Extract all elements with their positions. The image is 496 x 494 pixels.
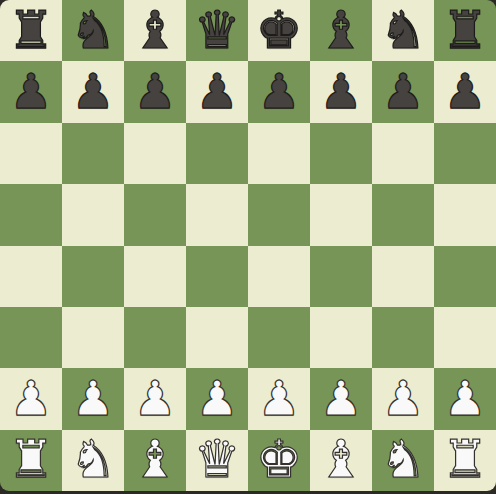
piece-white-pawn[interactable]: ♟ [443, 374, 486, 422]
square-f3[interactable] [310, 307, 372, 368]
square-c1[interactable]: ♝ [124, 430, 186, 491]
piece-black-pawn[interactable]: ♟ [381, 67, 424, 115]
piece-white-bishop[interactable]: ♝ [132, 433, 179, 485]
square-d1[interactable]: ♛ [186, 430, 248, 491]
square-f8[interactable]: ♝ [310, 0, 372, 61]
piece-white-pawn[interactable]: ♟ [71, 374, 114, 422]
square-e1[interactable]: ♚ [248, 430, 310, 491]
square-h3[interactable] [434, 307, 496, 368]
square-e8[interactable]: ♚ [248, 0, 310, 61]
square-e5[interactable] [248, 184, 310, 245]
piece-black-bishop[interactable]: ♝ [318, 4, 365, 56]
square-a5[interactable] [0, 184, 62, 245]
square-d5[interactable] [186, 184, 248, 245]
square-d3[interactable] [186, 307, 248, 368]
square-g1[interactable]: ♞ [372, 430, 434, 491]
square-a2[interactable]: ♟ [0, 368, 62, 429]
piece-white-pawn[interactable]: ♟ [133, 374, 176, 422]
square-c2[interactable]: ♟ [124, 368, 186, 429]
piece-white-pawn[interactable]: ♟ [195, 374, 238, 422]
piece-white-rook[interactable]: ♜ [8, 433, 55, 485]
piece-black-knight[interactable]: ♞ [380, 4, 427, 56]
square-c8[interactable]: ♝ [124, 0, 186, 61]
piece-white-rook[interactable]: ♜ [442, 433, 489, 485]
square-d4[interactable] [186, 246, 248, 307]
square-h5[interactable] [434, 184, 496, 245]
square-f4[interactable] [310, 246, 372, 307]
square-c3[interactable] [124, 307, 186, 368]
square-a8[interactable]: ♜ [0, 0, 62, 61]
square-h6[interactable] [434, 123, 496, 184]
square-d8[interactable]: ♛ [186, 0, 248, 61]
square-b4[interactable] [62, 246, 124, 307]
piece-black-pawn[interactable]: ♟ [71, 67, 114, 115]
square-g6[interactable] [372, 123, 434, 184]
square-f5[interactable] [310, 184, 372, 245]
square-b8[interactable]: ♞ [62, 0, 124, 61]
piece-white-pawn[interactable]: ♟ [257, 374, 300, 422]
square-f6[interactable] [310, 123, 372, 184]
square-f1[interactable]: ♝ [310, 430, 372, 491]
square-c7[interactable]: ♟ [124, 61, 186, 122]
piece-black-pawn[interactable]: ♟ [443, 67, 486, 115]
piece-white-pawn[interactable]: ♟ [9, 374, 52, 422]
piece-black-pawn[interactable]: ♟ [257, 67, 300, 115]
piece-black-rook[interactable]: ♜ [8, 4, 55, 56]
square-h2[interactable]: ♟ [434, 368, 496, 429]
square-b5[interactable] [62, 184, 124, 245]
square-b2[interactable]: ♟ [62, 368, 124, 429]
piece-black-pawn[interactable]: ♟ [195, 67, 238, 115]
square-d6[interactable] [186, 123, 248, 184]
piece-black-king[interactable]: ♚ [256, 4, 303, 56]
square-g4[interactable] [372, 246, 434, 307]
square-g5[interactable] [372, 184, 434, 245]
square-c6[interactable] [124, 123, 186, 184]
board-frame: ♜♞♝♛♚♝♞♜♟♟♟♟♟♟♟♟♟♟♟♟♟♟♟♟♜♞♝♛♚♝♞♜ [0, 0, 496, 494]
piece-black-knight[interactable]: ♞ [70, 4, 117, 56]
chess-board: ♜♞♝♛♚♝♞♜♟♟♟♟♟♟♟♟♟♟♟♟♟♟♟♟♜♞♝♛♚♝♞♜ [0, 0, 496, 491]
piece-black-pawn[interactable]: ♟ [9, 67, 52, 115]
square-b3[interactable] [62, 307, 124, 368]
square-a6[interactable] [0, 123, 62, 184]
piece-white-queen[interactable]: ♛ [194, 433, 241, 485]
piece-black-bishop[interactable]: ♝ [132, 4, 179, 56]
square-a3[interactable] [0, 307, 62, 368]
piece-white-pawn[interactable]: ♟ [319, 374, 362, 422]
square-a1[interactable]: ♜ [0, 430, 62, 491]
square-b1[interactable]: ♞ [62, 430, 124, 491]
square-a4[interactable] [0, 246, 62, 307]
square-e2[interactable]: ♟ [248, 368, 310, 429]
square-f7[interactable]: ♟ [310, 61, 372, 122]
square-e7[interactable]: ♟ [248, 61, 310, 122]
square-g2[interactable]: ♟ [372, 368, 434, 429]
square-g3[interactable] [372, 307, 434, 368]
piece-white-king[interactable]: ♚ [256, 433, 303, 485]
square-b6[interactable] [62, 123, 124, 184]
square-h8[interactable]: ♜ [434, 0, 496, 61]
piece-white-knight[interactable]: ♞ [380, 433, 427, 485]
square-h4[interactable] [434, 246, 496, 307]
square-c4[interactable] [124, 246, 186, 307]
square-a7[interactable]: ♟ [0, 61, 62, 122]
square-h7[interactable]: ♟ [434, 61, 496, 122]
piece-black-pawn[interactable]: ♟ [319, 67, 362, 115]
piece-black-pawn[interactable]: ♟ [133, 67, 176, 115]
piece-black-queen[interactable]: ♛ [194, 4, 241, 56]
square-g8[interactable]: ♞ [372, 0, 434, 61]
square-e6[interactable] [248, 123, 310, 184]
piece-white-bishop[interactable]: ♝ [318, 433, 365, 485]
square-d7[interactable]: ♟ [186, 61, 248, 122]
square-e4[interactable] [248, 246, 310, 307]
square-e3[interactable] [248, 307, 310, 368]
square-g7[interactable]: ♟ [372, 61, 434, 122]
square-h1[interactable]: ♜ [434, 430, 496, 491]
square-d2[interactable]: ♟ [186, 368, 248, 429]
square-f2[interactable]: ♟ [310, 368, 372, 429]
piece-white-knight[interactable]: ♞ [70, 433, 117, 485]
piece-black-rook[interactable]: ♜ [442, 4, 489, 56]
square-c5[interactable] [124, 184, 186, 245]
piece-white-pawn[interactable]: ♟ [381, 374, 424, 422]
square-b7[interactable]: ♟ [62, 61, 124, 122]
